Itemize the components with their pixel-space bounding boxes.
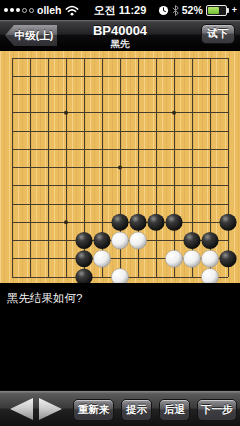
restart-button[interactable]: 重新来 bbox=[73, 399, 114, 421]
alarm-clock-icon bbox=[158, 5, 169, 16]
battery-icon bbox=[206, 5, 227, 16]
black-stone bbox=[219, 214, 236, 231]
go-board[interactable] bbox=[0, 51, 240, 283]
phone-screen: olleh 오전 11:29 52% + 中级(上) BP40004 黑先 试下 bbox=[0, 0, 240, 426]
black-stone bbox=[165, 214, 182, 231]
charging-indicator-icon: + bbox=[232, 5, 237, 15]
black-stone bbox=[75, 250, 92, 267]
black-stone bbox=[219, 250, 236, 267]
undo-button[interactable]: 后退 bbox=[159, 399, 190, 421]
white-stone bbox=[129, 232, 146, 249]
black-stone bbox=[93, 232, 110, 249]
white-stone bbox=[201, 250, 218, 267]
page-title: BP40004 bbox=[60, 23, 180, 38]
white-stone bbox=[111, 232, 128, 249]
black-stone bbox=[111, 214, 128, 231]
playback-toolbar: 重新来 提示 后退 下一步 bbox=[0, 390, 240, 426]
black-stone bbox=[75, 232, 92, 249]
white-stone bbox=[165, 250, 182, 267]
problem-prompt-area: 黑先结果如何? bbox=[0, 283, 240, 390]
next-move-arrow-icon[interactable] bbox=[39, 398, 62, 420]
black-stone bbox=[183, 232, 200, 249]
try-move-button[interactable]: 试下 bbox=[201, 24, 235, 44]
hint-button[interactable]: 提示 bbox=[121, 399, 152, 421]
white-stone bbox=[111, 268, 128, 283]
status-bar: olleh 오전 11:29 52% + bbox=[0, 0, 240, 20]
black-stone bbox=[147, 214, 164, 231]
white-stone bbox=[93, 250, 110, 267]
black-stone bbox=[75, 268, 92, 283]
black-stone bbox=[201, 232, 218, 249]
white-stone bbox=[201, 268, 218, 283]
bluetooth-icon bbox=[172, 5, 179, 16]
next-step-button[interactable]: 下一步 bbox=[197, 399, 237, 421]
problem-prompt: 黑先结果如何? bbox=[7, 291, 82, 306]
nav-bar: 中级(上) BP40004 黑先 试下 bbox=[0, 20, 240, 51]
page-subtitle: 黑先 bbox=[60, 38, 180, 51]
back-button[interactable]: 中级(上) bbox=[5, 25, 57, 46]
white-stone bbox=[183, 250, 200, 267]
battery-percent-label: 52% bbox=[182, 4, 203, 16]
black-stone bbox=[129, 214, 146, 231]
board-grid bbox=[0, 51, 240, 283]
prev-move-arrow-icon[interactable] bbox=[10, 398, 33, 420]
